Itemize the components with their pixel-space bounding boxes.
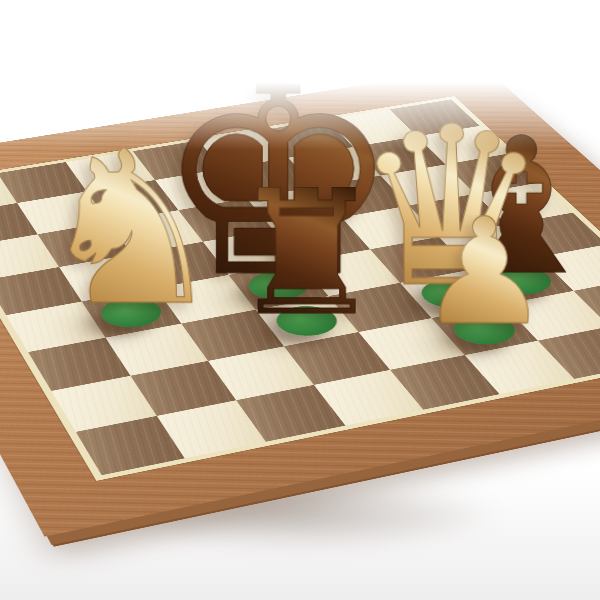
chess-board: ♞♚♜♛♝♟ [0, 66, 600, 537]
light-pawn-piece: ♟ [418, 215, 550, 330]
pieces-layer: ♞♚♜♛♝♟ [0, 66, 600, 537]
product-photo-stage: ♞♚♜♛♝♟ [0, 0, 600, 600]
board-scene: ♞♚♜♛♝♟ [0, 0, 600, 600]
light-knight-piece: ♞ [36, 147, 227, 313]
dark-rook-piece: ♜ [230, 187, 384, 321]
